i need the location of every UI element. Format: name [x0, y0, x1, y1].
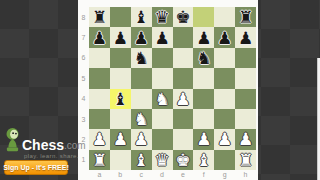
piece-white-pawn[interactable]: ♟ [196, 129, 211, 149]
piece-black-pawn[interactable]: ♟ [134, 28, 149, 48]
square-e7[interactable] [173, 27, 194, 47]
chesscom-pawn-mascot-icon [5, 127, 20, 152]
square-e6[interactable] [173, 48, 194, 68]
square-c1[interactable]: ♝ [131, 150, 152, 170]
square-c8[interactable]: ♝ [131, 7, 152, 27]
square-h4[interactable] [235, 89, 256, 109]
square-e4[interactable]: ♟ [173, 89, 194, 109]
square-g8[interactable] [214, 7, 235, 27]
signup-button[interactable]: Sign Up - it's FREE! [4, 160, 68, 175]
rank-label-7: 7 [78, 27, 89, 47]
square-c5[interactable] [131, 68, 152, 88]
square-d8[interactable]: ♛ [152, 7, 173, 27]
piece-white-rook[interactable]: ♜ [238, 150, 253, 170]
square-a7[interactable]: ♟ [89, 27, 110, 47]
piece-black-pawn[interactable]: ♟ [196, 28, 211, 48]
square-g1[interactable] [214, 150, 235, 170]
chesscom-logo: Chess .com [5, 127, 86, 152]
square-d4[interactable]: ♞ [152, 89, 173, 109]
piece-black-pawn[interactable]: ♟ [154, 28, 169, 48]
rank-label-6: 6 [78, 48, 89, 68]
square-e1[interactable]: ♚ [173, 150, 194, 170]
piece-black-rook[interactable]: ♜ [238, 7, 253, 27]
file-label-a: a [89, 169, 110, 180]
square-f3[interactable] [193, 109, 214, 129]
video-frame: 87654321 ♜♝♛♚♜♟♟♟♟♟♟♟♞♞♝♞♟♞♟♟♟♟♟♟♜♝♛♚♝♜ … [0, 0, 320, 180]
board-panel: 87654321 ♜♝♛♚♜♟♟♟♟♟♟♟♞♞♝♞♟♞♟♟♟♟♟♟♜♝♛♚♝♜ … [78, 0, 258, 180]
square-a3[interactable] [89, 109, 110, 129]
piece-white-pawn[interactable]: ♟ [175, 89, 190, 109]
square-h3[interactable] [235, 109, 256, 129]
square-d2[interactable] [152, 129, 173, 149]
square-g4[interactable] [214, 89, 235, 109]
square-f4[interactable] [193, 89, 214, 109]
file-label-e: e [173, 169, 194, 180]
square-a6[interactable] [89, 48, 110, 68]
square-c7[interactable]: ♟ [131, 27, 152, 47]
square-a8[interactable]: ♜ [89, 7, 110, 27]
piece-black-pawn[interactable]: ♟ [217, 28, 232, 48]
rank-label-4: 4 [78, 89, 89, 109]
square-f5[interactable] [193, 68, 214, 88]
square-b5[interactable] [110, 68, 131, 88]
square-g2[interactable]: ♟ [214, 129, 235, 149]
chesscom-branding: Chess .com play. learn. share. Sign Up -… [0, 122, 78, 180]
piece-white-pawn[interactable]: ♟ [134, 129, 149, 149]
piece-white-pawn[interactable]: ♟ [113, 129, 128, 149]
piece-white-pawn[interactable]: ♟ [217, 129, 232, 149]
square-a2[interactable]: ♟ [89, 129, 110, 149]
chess-board: ♜♝♛♚♜♟♟♟♟♟♟♟♞♞♝♞♟♞♟♟♟♟♟♟♜♝♛♚♝♜ [89, 7, 256, 170]
piece-black-king[interactable]: ♚ [175, 7, 190, 27]
square-g7[interactable]: ♟ [214, 27, 235, 47]
file-label-b: b [110, 169, 131, 180]
square-b1[interactable] [110, 150, 131, 170]
file-label-d: d [152, 169, 173, 180]
square-a4[interactable] [89, 89, 110, 109]
piece-white-bishop[interactable]: ♝ [196, 150, 211, 170]
piece-black-rook[interactable]: ♜ [92, 7, 107, 27]
file-label-f: f [193, 169, 214, 180]
square-b6[interactable] [110, 48, 131, 68]
piece-black-pawn[interactable]: ♟ [113, 28, 128, 48]
logo-tagline: play. learn. share. [24, 153, 79, 159]
piece-black-pawn[interactable]: ♟ [92, 28, 107, 48]
piece-white-rook[interactable]: ♜ [92, 150, 107, 170]
piece-white-knight[interactable]: ♞ [154, 89, 169, 109]
piece-white-knight[interactable]: ♞ [134, 109, 149, 129]
file-label-h: h [235, 169, 256, 180]
square-h6[interactable] [235, 48, 256, 68]
piece-white-pawn[interactable]: ♟ [238, 129, 253, 149]
square-e5[interactable] [173, 68, 194, 88]
square-b7[interactable]: ♟ [110, 27, 131, 47]
square-c3[interactable]: ♞ [131, 109, 152, 129]
square-g6[interactable] [214, 48, 235, 68]
square-d5[interactable] [152, 68, 173, 88]
square-e3[interactable] [173, 109, 194, 129]
piece-black-knight[interactable]: ♞ [196, 48, 211, 68]
logo-text-com: .com [64, 140, 86, 152]
piece-white-bishop[interactable]: ♝ [134, 150, 149, 170]
piece-white-pawn[interactable]: ♟ [92, 129, 107, 149]
square-b3[interactable] [110, 109, 131, 129]
file-label-c: c [131, 169, 152, 180]
square-d1[interactable]: ♛ [152, 150, 173, 170]
piece-black-queen[interactable]: ♛ [154, 7, 169, 27]
piece-white-queen[interactable]: ♛ [154, 150, 169, 170]
square-e2[interactable] [173, 129, 194, 149]
square-f2[interactable]: ♟ [193, 129, 214, 149]
square-h7[interactable]: ♟ [235, 27, 256, 47]
square-f6[interactable]: ♞ [193, 48, 214, 68]
rank-label-8: 8 [78, 7, 89, 27]
square-g3[interactable] [214, 109, 235, 129]
square-f1[interactable]: ♝ [193, 150, 214, 170]
square-h5[interactable] [235, 68, 256, 88]
rank-label-1: 1 [78, 150, 89, 170]
square-b4[interactable]: ♝ [110, 89, 131, 109]
square-a5[interactable] [89, 68, 110, 88]
square-d6[interactable] [152, 48, 173, 68]
square-c6[interactable]: ♞ [131, 48, 152, 68]
piece-black-bishop[interactable]: ♝ [134, 7, 149, 27]
square-c2[interactable]: ♟ [131, 129, 152, 149]
piece-black-knight[interactable]: ♞ [134, 48, 149, 68]
square-e8[interactable]: ♚ [173, 7, 194, 27]
square-c4[interactable] [131, 89, 152, 109]
square-f8[interactable] [193, 7, 214, 27]
square-b2[interactable]: ♟ [110, 129, 131, 149]
piece-black-bishop[interactable]: ♝ [113, 89, 128, 109]
file-coordinates: abcdefgh [89, 169, 256, 180]
file-label-g: g [214, 169, 235, 180]
logo-text-chess: Chess [22, 138, 64, 152]
square-h8[interactable]: ♜ [235, 7, 256, 27]
piece-white-king[interactable]: ♚ [175, 150, 190, 170]
square-f7[interactable]: ♟ [193, 27, 214, 47]
square-g5[interactable] [214, 68, 235, 88]
piece-black-pawn[interactable]: ♟ [238, 28, 253, 48]
square-b8[interactable] [110, 7, 131, 27]
square-a1[interactable]: ♜ [89, 150, 110, 170]
square-h2[interactable]: ♟ [235, 129, 256, 149]
square-d3[interactable] [152, 109, 173, 129]
rank-label-5: 5 [78, 68, 89, 88]
square-h1[interactable]: ♜ [235, 150, 256, 170]
square-d7[interactable]: ♟ [152, 27, 173, 47]
